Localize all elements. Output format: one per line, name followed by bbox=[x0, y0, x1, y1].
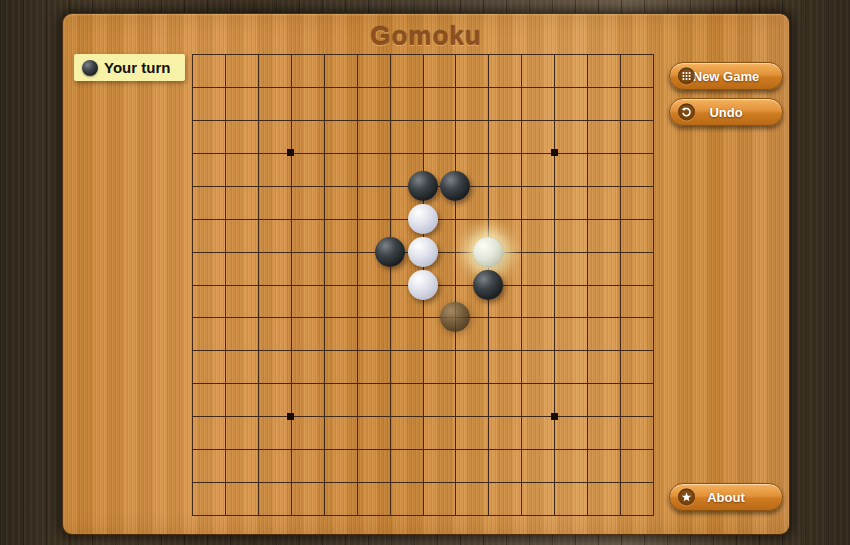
grid-line-horizontal bbox=[192, 515, 654, 516]
star-point bbox=[287, 413, 294, 420]
star-icon bbox=[678, 489, 695, 506]
stone-black bbox=[440, 171, 470, 201]
undo-button[interactable]: Undo bbox=[669, 98, 783, 126]
grid-line-horizontal bbox=[192, 416, 654, 417]
stone-black bbox=[408, 171, 438, 201]
new-game-label: New Game bbox=[693, 69, 759, 84]
undo-label: Undo bbox=[709, 105, 742, 120]
star-point bbox=[287, 149, 294, 156]
black-stone-icon bbox=[82, 60, 98, 76]
grid-dots-icon bbox=[678, 68, 695, 85]
about-button[interactable]: About bbox=[669, 483, 783, 511]
about-label: About bbox=[707, 490, 745, 505]
star-point bbox=[551, 413, 558, 420]
app-window: Gomoku Your turn New Game bbox=[0, 0, 850, 545]
grid-line-horizontal bbox=[192, 482, 654, 483]
undo-arrow-icon bbox=[678, 104, 695, 121]
grid-line-vertical bbox=[653, 54, 654, 516]
grid-line-vertical bbox=[587, 54, 588, 516]
stone-white bbox=[408, 204, 438, 234]
board[interactable] bbox=[192, 54, 654, 516]
star-point bbox=[551, 149, 558, 156]
grid-line-horizontal bbox=[192, 317, 654, 318]
stone-white bbox=[408, 237, 438, 267]
turn-label: Your turn bbox=[104, 59, 170, 76]
turn-indicator: Your turn bbox=[74, 54, 185, 81]
stone-black bbox=[375, 237, 405, 267]
grid-line-vertical bbox=[521, 54, 522, 516]
grid-line-vertical bbox=[620, 54, 621, 516]
grid-line-horizontal bbox=[192, 449, 654, 450]
stone-white bbox=[408, 270, 438, 300]
grid-line-vertical bbox=[455, 54, 456, 516]
stone-ghost-preview bbox=[440, 302, 470, 332]
stone-white-last-move bbox=[473, 237, 503, 267]
game-panel: Gomoku Your turn New Game bbox=[62, 13, 790, 535]
grid-line-horizontal bbox=[192, 383, 654, 384]
grid-line-vertical bbox=[554, 54, 555, 516]
stone-black bbox=[473, 270, 503, 300]
grid-line-horizontal bbox=[192, 350, 654, 351]
page-title: Gomoku bbox=[63, 21, 789, 52]
new-game-button[interactable]: New Game bbox=[669, 62, 783, 90]
